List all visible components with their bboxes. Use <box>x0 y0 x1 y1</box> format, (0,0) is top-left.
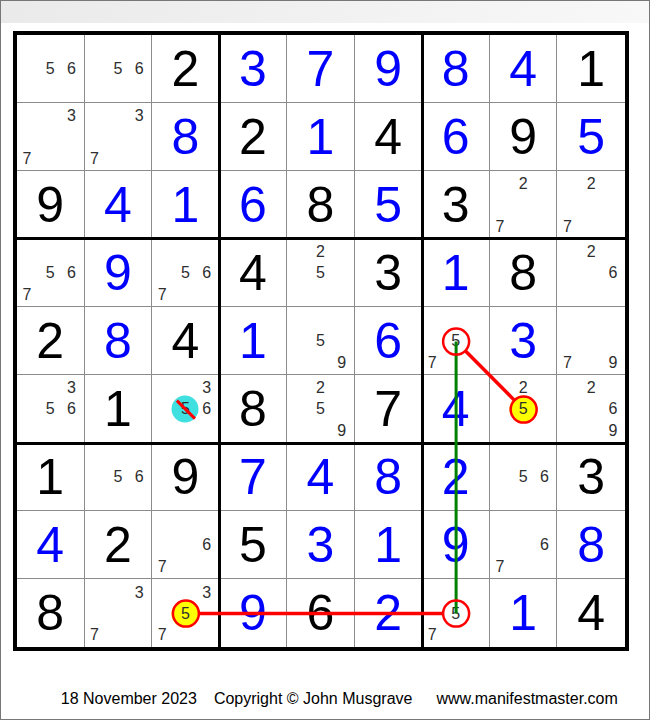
cell-value: 1 <box>85 375 152 442</box>
cell-r9c6[interactable]: 2 <box>355 579 423 647</box>
box-divider-horizontal-2 <box>17 442 625 445</box>
cell-value: 2 <box>422 443 489 510</box>
cell-value: 4 <box>152 307 219 374</box>
cell-r4c3[interactable]: 567 <box>152 239 220 307</box>
cell-value: 8 <box>557 511 625 578</box>
candidate-7: 7 <box>90 151 99 167</box>
candidate-9: 9 <box>608 423 617 439</box>
candidate-3: 3 <box>67 380 76 396</box>
box-divider-horizontal-1 <box>17 237 625 240</box>
cell-value: 5 <box>557 103 625 170</box>
candidate-9: 9 <box>337 355 346 371</box>
cell-r3c9[interactable]: 27 <box>557 171 625 239</box>
cell-value: 1 <box>355 511 422 578</box>
sudoku-app-window: 5656237984137378214695941685327275679567… <box>0 0 650 720</box>
cell-r2c8[interactable]: 9 <box>490 103 558 171</box>
cell-r1c1[interactable]: 56 <box>17 35 85 103</box>
cell-r2c3[interactable]: 8 <box>152 103 220 171</box>
cell-r6c7[interactable]: 4 <box>422 375 490 443</box>
candidate-6: 6 <box>67 265 76 281</box>
candidate-5: 5 <box>316 333 325 349</box>
cell-value: 1 <box>220 307 287 374</box>
candidate-7: 7 <box>158 627 167 643</box>
candidate-5: 5 <box>451 606 460 622</box>
candidate-7: 7 <box>563 355 572 371</box>
cell-r4c8[interactable]: 8 <box>490 239 558 307</box>
candidate-5: 5 <box>316 401 325 417</box>
candidate-5: 5 <box>181 401 190 417</box>
cell-r3c4[interactable]: 6 <box>220 171 288 239</box>
cell-r2c6[interactable]: 4 <box>355 103 423 171</box>
cell-value: 4 <box>355 103 422 170</box>
candidate-7: 7 <box>23 151 32 167</box>
candidate-6: 6 <box>67 401 76 417</box>
cell-value: 9 <box>152 443 219 510</box>
cell-value: 3 <box>422 171 489 238</box>
candidate-2: 2 <box>587 380 596 396</box>
caption: 18 November 2023Copyright © John Musgrav… <box>43 672 618 720</box>
cell-r6c5[interactable]: 259 <box>287 375 355 443</box>
box-divider-vertical-2 <box>421 35 424 647</box>
cell-value: 3 <box>287 511 354 578</box>
cell-r1c2[interactable]: 56 <box>85 35 153 103</box>
candidate-6: 6 <box>202 401 211 417</box>
cell-r7c6[interactable]: 8 <box>355 443 423 511</box>
cell-value: 9 <box>85 239 152 306</box>
cell-value: 8 <box>287 171 354 238</box>
cell-r6c1[interactable]: 356 <box>17 375 85 443</box>
cell-r6c6[interactable]: 7 <box>355 375 423 443</box>
cell-value: 9 <box>220 579 287 647</box>
caption-copyright: Copyright © John Musgrave <box>214 690 413 707</box>
cell-r5c1[interactable]: 2 <box>17 307 85 375</box>
cell-value: 1 <box>557 35 625 102</box>
cell-r9c4[interactable]: 9 <box>220 579 288 647</box>
cell-value: 7 <box>287 35 354 102</box>
cell-r3c6[interactable]: 5 <box>355 171 423 239</box>
cell-r3c1[interactable]: 9 <box>17 171 85 239</box>
cell-r3c3[interactable]: 1 <box>152 171 220 239</box>
cell-value: 3 <box>490 307 557 374</box>
candidate-9: 9 <box>608 355 617 371</box>
cell-r7c2[interactable]: 56 <box>85 443 153 511</box>
cell-r2c1[interactable]: 37 <box>17 103 85 171</box>
cell-r7c9[interactable]: 3 <box>557 443 625 511</box>
candidate-5: 5 <box>316 265 325 281</box>
cell-value: 2 <box>17 307 84 374</box>
cell-r7c3[interactable]: 9 <box>152 443 220 511</box>
candidate-7: 7 <box>23 287 32 303</box>
cell-r5c3[interactable]: 4 <box>152 307 220 375</box>
candidate-6: 6 <box>608 265 617 281</box>
candidate-6: 6 <box>67 61 76 77</box>
cell-r1c7[interactable]: 8 <box>422 35 490 103</box>
candidate-3: 3 <box>67 108 76 124</box>
cell-value: 9 <box>422 511 489 578</box>
candidate-5: 5 <box>113 61 122 77</box>
candidate-6: 6 <box>135 61 144 77</box>
cell-r6c8[interactable]: 25 <box>490 375 558 443</box>
cell-r8c2[interactable]: 2 <box>85 511 153 579</box>
cell-value: 4 <box>17 511 84 578</box>
cell-value: 9 <box>17 171 84 238</box>
candidate-2: 2 <box>316 244 325 260</box>
cell-r3c5[interactable]: 8 <box>287 171 355 239</box>
cell-value: 9 <box>355 35 422 102</box>
candidate-6: 6 <box>202 537 211 553</box>
cell-r6c2[interactable]: 1 <box>85 375 153 443</box>
cell-value: 3 <box>220 35 287 102</box>
cell-r6c4[interactable]: 8 <box>220 375 288 443</box>
candidate-5: 5 <box>46 61 55 77</box>
cell-r4c6[interactable]: 3 <box>355 239 423 307</box>
cell-r8c9[interactable]: 8 <box>557 511 625 579</box>
cell-r5c6[interactable]: 6 <box>355 307 423 375</box>
candidate-7: 7 <box>495 219 504 235</box>
cell-r5c5[interactable]: 59 <box>287 307 355 375</box>
cell-value: 6 <box>355 307 422 374</box>
cell-value: 6 <box>422 103 489 170</box>
candidate-6: 6 <box>608 401 617 417</box>
candidate-3: 3 <box>202 380 211 396</box>
cell-value: 1 <box>152 171 219 238</box>
cell-value: 5 <box>355 171 422 238</box>
cell-r3c7[interactable]: 3 <box>422 171 490 239</box>
cell-r5c2[interactable]: 8 <box>85 307 153 375</box>
cell-r8c6[interactable]: 1 <box>355 511 423 579</box>
caption-date: 18 November 2023 <box>61 690 197 707</box>
cell-r8c8[interactable]: 67 <box>490 511 558 579</box>
cell-r9c7[interactable]: 57 <box>422 579 490 647</box>
candidate-5: 5 <box>451 333 460 349</box>
candidate-2: 2 <box>587 176 596 192</box>
candidate-9: 9 <box>337 423 346 439</box>
window-top-strip <box>1 1 649 23</box>
cell-value: 3 <box>355 239 422 306</box>
cell-value: 1 <box>287 103 354 170</box>
caption-url: www.manifestmaster.com <box>436 690 617 707</box>
candidate-3: 3 <box>135 585 144 601</box>
cell-r6c3[interactable]: 356 <box>152 375 220 443</box>
cell-r4c5[interactable]: 25 <box>287 239 355 307</box>
cell-r7c1[interactable]: 1 <box>17 443 85 511</box>
cell-value: 6 <box>287 579 354 647</box>
cell-r2c9[interactable]: 5 <box>557 103 625 171</box>
candidate-6: 6 <box>540 469 549 485</box>
cell-value: 1 <box>422 239 489 306</box>
cell-value: 4 <box>85 171 152 238</box>
cell-r9c3[interactable]: 357 <box>152 579 220 647</box>
cell-r5c8[interactable]: 3 <box>490 307 558 375</box>
cell-r7c8[interactable]: 56 <box>490 443 558 511</box>
candidate-3: 3 <box>202 585 211 601</box>
sudoku-board: 5656237984137378214695941685327275679567… <box>13 31 629 651</box>
candidate-3: 3 <box>135 108 144 124</box>
cell-r6c9[interactable]: 269 <box>557 375 625 443</box>
candidate-6: 6 <box>135 469 144 485</box>
cell-r1c6[interactable]: 9 <box>355 35 423 103</box>
cell-value: 4 <box>287 443 354 510</box>
candidate-7: 7 <box>428 355 437 371</box>
candidate-6: 6 <box>540 537 549 553</box>
cell-r9c8[interactable]: 1 <box>490 579 558 647</box>
cell-value: 2 <box>220 103 287 170</box>
candidate-6: 6 <box>202 265 211 281</box>
cell-r4c9[interactable]: 26 <box>557 239 625 307</box>
cell-r8c5[interactable]: 3 <box>287 511 355 579</box>
cell-value: 4 <box>220 239 287 306</box>
cell-value: 8 <box>152 103 219 170</box>
cell-r9c5[interactable]: 6 <box>287 579 355 647</box>
cell-value: 7 <box>220 443 287 510</box>
cell-r4c1[interactable]: 567 <box>17 239 85 307</box>
candidate-7: 7 <box>90 627 99 643</box>
cell-value: 8 <box>220 375 287 442</box>
cell-r3c8[interactable]: 27 <box>490 171 558 239</box>
cell-value: 8 <box>490 239 557 306</box>
cell-value: 8 <box>422 35 489 102</box>
cell-value: 4 <box>557 579 625 647</box>
candidate-5: 5 <box>519 401 528 417</box>
candidate-2: 2 <box>519 176 528 192</box>
cell-r7c7[interactable]: 2 <box>422 443 490 511</box>
candidate-7: 7 <box>158 287 167 303</box>
cell-r1c9[interactable]: 1 <box>557 35 625 103</box>
cell-r2c4[interactable]: 2 <box>220 103 288 171</box>
cell-r5c7[interactable]: 57 <box>422 307 490 375</box>
cell-value: 3 <box>557 443 625 510</box>
cell-r8c1[interactable]: 4 <box>17 511 85 579</box>
cell-r1c5[interactable]: 7 <box>287 35 355 103</box>
cell-value: 1 <box>490 579 557 647</box>
cell-value: 7 <box>355 375 422 442</box>
cell-r9c9[interactable]: 4 <box>557 579 625 647</box>
cell-r2c2[interactable]: 37 <box>85 103 153 171</box>
cell-value: 8 <box>85 307 152 374</box>
cell-value: 1 <box>17 443 84 510</box>
cell-r1c4[interactable]: 3 <box>220 35 288 103</box>
cell-r2c5[interactable]: 1 <box>287 103 355 171</box>
cell-r3c2[interactable]: 4 <box>85 171 153 239</box>
cell-value: 8 <box>355 443 422 510</box>
cell-value: 6 <box>220 171 287 238</box>
candidate-5: 5 <box>519 469 528 485</box>
cell-value: 4 <box>422 375 489 442</box>
candidate-7: 7 <box>428 627 437 643</box>
candidate-2: 2 <box>587 244 596 260</box>
cell-r7c4[interactable]: 7 <box>220 443 288 511</box>
candidate-2: 2 <box>316 380 325 396</box>
cell-value: 9 <box>490 103 557 170</box>
candidate-2: 2 <box>519 380 528 396</box>
cell-r4c4[interactable]: 4 <box>220 239 288 307</box>
candidate-5: 5 <box>46 265 55 281</box>
candidate-5: 5 <box>113 469 122 485</box>
cell-grid: 5656237984137378214695941685327275679567… <box>17 35 625 647</box>
cell-r8c3[interactable]: 67 <box>152 511 220 579</box>
candidate-5: 5 <box>181 606 190 622</box>
cell-r4c7[interactable]: 1 <box>422 239 490 307</box>
cell-r5c9[interactable]: 79 <box>557 307 625 375</box>
box-divider-vertical-1 <box>218 35 221 647</box>
cell-r1c3[interactable]: 2 <box>152 35 220 103</box>
cell-value: 2 <box>355 579 422 647</box>
cell-value: 2 <box>85 511 152 578</box>
candidate-5: 5 <box>181 265 190 281</box>
cell-value: 4 <box>490 35 557 102</box>
cell-value: 2 <box>152 35 219 102</box>
candidate-7: 7 <box>158 559 167 575</box>
cell-value: 8 <box>17 579 84 647</box>
candidate-7: 7 <box>495 559 504 575</box>
cell-r7c5[interactable]: 4 <box>287 443 355 511</box>
candidate-5: 5 <box>46 401 55 417</box>
cell-r8c4[interactable]: 5 <box>220 511 288 579</box>
cell-r1c8[interactable]: 4 <box>490 35 558 103</box>
cell-r8c7[interactable]: 9 <box>422 511 490 579</box>
cell-r4c2[interactable]: 9 <box>85 239 153 307</box>
cell-r2c7[interactable]: 6 <box>422 103 490 171</box>
candidate-7: 7 <box>563 219 572 235</box>
cell-value: 5 <box>220 511 287 578</box>
cell-r9c1[interactable]: 8 <box>17 579 85 647</box>
cell-r9c2[interactable]: 37 <box>85 579 153 647</box>
cell-r5c4[interactable]: 1 <box>220 307 288 375</box>
